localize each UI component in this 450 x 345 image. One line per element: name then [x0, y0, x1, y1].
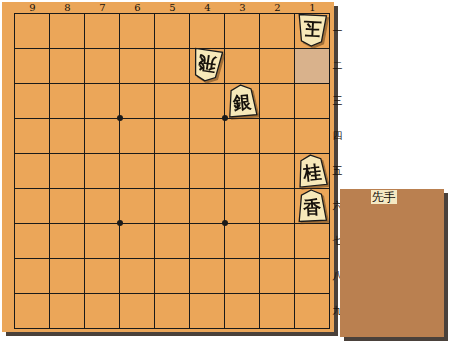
square-3-4[interactable] [225, 119, 259, 153]
rank-label-三: 三 [332, 83, 343, 118]
square-8-6[interactable] [50, 189, 84, 223]
file-label-5: 5 [155, 2, 190, 13]
square-9-8[interactable] [15, 259, 49, 293]
square-5-4[interactable] [155, 119, 189, 153]
square-7-5[interactable] [85, 154, 119, 188]
rank-label-五: 五 [332, 153, 343, 188]
square-6-8[interactable] [120, 259, 154, 293]
square-8-3[interactable] [50, 84, 84, 118]
piece-sente-knight[interactable]: 桂 [297, 154, 327, 187]
square-5-1[interactable] [155, 14, 189, 48]
square-5-7[interactable] [155, 224, 189, 258]
square-1-7[interactable] [295, 224, 329, 258]
square-8-2[interactable] [50, 49, 84, 83]
square-7-6[interactable] [85, 189, 119, 223]
square-5-3[interactable] [155, 84, 189, 118]
hoshi-dot [117, 220, 123, 226]
svg-text:銀: 銀 [231, 91, 253, 114]
file-label-2: 2 [260, 2, 295, 13]
square-3-8[interactable] [225, 259, 259, 293]
square-8-5[interactable] [50, 154, 84, 188]
square-4-1[interactable] [190, 14, 224, 48]
square-7-3[interactable] [85, 84, 119, 118]
square-3-2[interactable] [225, 49, 259, 83]
file-label-9: 9 [15, 2, 50, 13]
square-7-9[interactable] [85, 294, 119, 328]
square-1-8[interactable] [295, 259, 329, 293]
file-label-6: 6 [120, 2, 155, 13]
square-1-3[interactable] [295, 84, 329, 118]
square-4-4[interactable] [190, 119, 224, 153]
square-2-9[interactable] [260, 294, 294, 328]
square-5-2[interactable] [155, 49, 189, 83]
rank-label-二: 二 [332, 48, 343, 83]
square-8-9[interactable] [50, 294, 84, 328]
square-2-2[interactable] [260, 49, 294, 83]
square-5-9[interactable] [155, 294, 189, 328]
board-grid [14, 13, 330, 329]
square-4-3[interactable] [190, 84, 224, 118]
square-2-5[interactable] [260, 154, 294, 188]
piece-gote-rook[interactable]: 飛 [192, 49, 222, 82]
hoshi-dot [117, 115, 123, 121]
square-6-1[interactable] [120, 14, 154, 48]
square-9-2[interactable] [15, 49, 49, 83]
square-4-7[interactable] [190, 224, 224, 258]
piece-sente-silver[interactable]: 銀 [227, 84, 257, 117]
rank-label-四: 四 [332, 118, 343, 153]
square-3-1[interactable] [225, 14, 259, 48]
square-1-9[interactable] [295, 294, 329, 328]
square-8-4[interactable] [50, 119, 84, 153]
shogi-board: 987654321 一二三四五六七八九 玉飛銀桂香 [2, 2, 334, 332]
file-labels: 987654321 [15, 2, 330, 13]
square-6-9[interactable] [120, 294, 154, 328]
square-9-9[interactable] [15, 294, 49, 328]
file-label-4: 4 [190, 2, 225, 13]
hoshi-dot [222, 220, 228, 226]
square-2-8[interactable] [260, 259, 294, 293]
square-7-2[interactable] [85, 49, 119, 83]
square-7-4[interactable] [85, 119, 119, 153]
sente-label: 先手 [371, 190, 397, 204]
square-6-4[interactable] [120, 119, 154, 153]
square-6-3[interactable] [120, 84, 154, 118]
square-9-5[interactable] [15, 154, 49, 188]
square-5-5[interactable] [155, 154, 189, 188]
square-1-4[interactable] [295, 119, 329, 153]
svg-text:玉: 玉 [303, 18, 323, 40]
square-8-1[interactable] [50, 14, 84, 48]
piece-sente-lance[interactable]: 香 [297, 189, 327, 222]
square-8-7[interactable] [50, 224, 84, 258]
square-2-1[interactable] [260, 14, 294, 48]
rank-label-一: 一 [332, 13, 343, 48]
square-1-2[interactable] [295, 49, 329, 83]
square-4-6[interactable] [190, 189, 224, 223]
square-4-9[interactable] [190, 294, 224, 328]
square-7-8[interactable] [85, 259, 119, 293]
file-label-8: 8 [50, 2, 85, 13]
square-2-4[interactable] [260, 119, 294, 153]
square-3-9[interactable] [225, 294, 259, 328]
file-label-3: 3 [225, 2, 260, 13]
square-2-3[interactable] [260, 84, 294, 118]
file-label-1: 1 [295, 2, 330, 13]
square-7-1[interactable] [85, 14, 119, 48]
square-4-5[interactable] [190, 154, 224, 188]
square-3-6[interactable] [225, 189, 259, 223]
square-9-1[interactable] [15, 14, 49, 48]
square-9-7[interactable] [15, 224, 49, 258]
square-6-7[interactable] [120, 224, 154, 258]
square-9-6[interactable] [15, 189, 49, 223]
square-8-8[interactable] [50, 259, 84, 293]
svg-text:桂: 桂 [301, 161, 323, 184]
square-3-5[interactable] [225, 154, 259, 188]
square-9-4[interactable] [15, 119, 49, 153]
square-6-6[interactable] [120, 189, 154, 223]
file-label-7: 7 [85, 2, 120, 13]
square-5-6[interactable] [155, 189, 189, 223]
square-9-3[interactable] [15, 84, 49, 118]
svg-text:香: 香 [302, 196, 322, 218]
square-7-7[interactable] [85, 224, 119, 258]
square-4-8[interactable] [190, 259, 224, 293]
square-3-7[interactable] [225, 224, 259, 258]
square-2-6[interactable] [260, 189, 294, 223]
square-5-8[interactable] [155, 259, 189, 293]
piece-gote-king[interactable]: 玉 [297, 14, 327, 47]
square-2-7[interactable] [260, 224, 294, 258]
square-6-2[interactable] [120, 49, 154, 83]
square-6-5[interactable] [120, 154, 154, 188]
sente-hand-panel: 先手 [340, 189, 444, 337]
